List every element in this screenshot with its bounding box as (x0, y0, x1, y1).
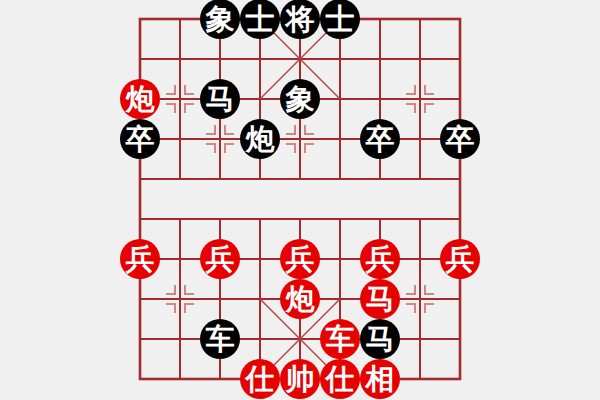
piece-black-elephant[interactable]: 象 (200, 0, 240, 39)
piece-red-chariot[interactable]: 车 (320, 319, 360, 359)
piece-black-horse[interactable]: 马 (360, 319, 400, 359)
piece-black-elephant[interactable]: 象 (280, 79, 320, 119)
piece-red-advisor[interactable]: 仕 (320, 359, 360, 399)
piece-red-general[interactable]: 帅 (280, 359, 320, 399)
piece-black-soldier[interactable]: 卒 (120, 119, 160, 159)
piece-red-soldier[interactable]: 兵 (200, 239, 240, 279)
xiangqi-screenshot: 象士将士炮马象卒炮卒卒兵兵兵兵兵炮马车车马仕帅仕相 (0, 0, 600, 400)
piece-red-cannon[interactable]: 炮 (120, 79, 160, 119)
piece-black-advisor[interactable]: 士 (320, 0, 360, 39)
piece-black-advisor[interactable]: 士 (240, 0, 280, 39)
piece-black-soldier[interactable]: 卒 (360, 119, 400, 159)
piece-red-elephant[interactable]: 相 (360, 359, 400, 399)
piece-black-horse[interactable]: 马 (200, 79, 240, 119)
piece-black-soldier[interactable]: 卒 (440, 119, 480, 159)
piece-red-soldier[interactable]: 兵 (440, 239, 480, 279)
piece-red-soldier[interactable]: 兵 (120, 239, 160, 279)
xiangqi-board-grid (0, 0, 600, 400)
piece-red-cannon[interactable]: 炮 (280, 279, 320, 319)
piece-red-soldier[interactable]: 兵 (360, 239, 400, 279)
piece-red-soldier[interactable]: 兵 (280, 239, 320, 279)
piece-black-general[interactable]: 将 (280, 0, 320, 39)
piece-red-horse[interactable]: 马 (360, 279, 400, 319)
piece-black-cannon[interactable]: 炮 (240, 119, 280, 159)
piece-red-advisor[interactable]: 仕 (240, 359, 280, 399)
piece-black-chariot[interactable]: 车 (200, 319, 240, 359)
